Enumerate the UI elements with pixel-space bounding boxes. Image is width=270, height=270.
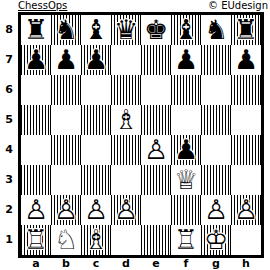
white-rook-piece: ♜♖ [21, 225, 51, 255]
square-g4 [201, 135, 231, 165]
file-label-c: c [81, 258, 111, 270]
square-a1: ♜♖ [21, 225, 51, 255]
square-e4: ♟♙ [141, 135, 171, 165]
square-c3 [81, 165, 111, 195]
square-b2: ♟♙ [51, 195, 81, 225]
rank-label-8: 8 [0, 15, 18, 45]
square-a8: ♜ [21, 15, 51, 45]
square-h3 [231, 165, 261, 195]
square-c1: ♝♗ [81, 225, 111, 255]
square-g8: ♞ [201, 15, 231, 45]
square-a2: ♟♙ [21, 195, 51, 225]
white-knight-piece: ♞♘ [51, 225, 81, 255]
file-label-d: d [111, 258, 141, 270]
square-g7 [201, 45, 231, 75]
black-pawn-piece: ♟ [231, 45, 261, 75]
chess-board: ♜♞♝♛♚♝♞♜♟♟♟♟♟♝♗♟♙♟♛♕♟♙♟♙♟♙♟♙♟♙♟♙♜♖♞♘♝♗♜♖… [18, 12, 264, 258]
square-h7: ♟ [231, 45, 261, 75]
square-b3 [51, 165, 81, 195]
square-e6 [141, 75, 171, 105]
square-a5 [21, 105, 51, 135]
square-a4 [21, 135, 51, 165]
square-c6 [81, 75, 111, 105]
square-f5 [171, 105, 201, 135]
file-label-f: f [171, 258, 201, 270]
chessops-diagram-page: ChessOps © EUdesign 87654321 ♜♞♝♛♚♝♞♜♟♟♟… [0, 0, 270, 270]
square-g5 [201, 105, 231, 135]
square-c5 [81, 105, 111, 135]
square-f7: ♟ [171, 45, 201, 75]
square-h8: ♜ [231, 15, 261, 45]
square-g2: ♟♙ [201, 195, 231, 225]
title-bar: ChessOps © EUdesign [0, 0, 270, 12]
square-d4 [111, 135, 141, 165]
square-g3 [201, 165, 231, 195]
white-pawn-piece: ♟♙ [111, 195, 141, 225]
square-b8: ♞ [51, 15, 81, 45]
white-pawn-piece: ♟♙ [201, 195, 231, 225]
rank-label-1: 1 [0, 225, 18, 255]
white-pawn-piece: ♟♙ [81, 195, 111, 225]
square-h4 [231, 135, 261, 165]
square-e5 [141, 105, 171, 135]
white-pawn-piece: ♟♙ [231, 195, 261, 225]
square-h5 [231, 105, 261, 135]
black-rook-piece: ♜ [21, 15, 51, 45]
file-label-h: h [231, 258, 261, 270]
square-h1 [231, 225, 261, 255]
square-h6 [231, 75, 261, 105]
square-b6 [51, 75, 81, 105]
black-bishop-piece: ♝ [81, 15, 111, 45]
white-bishop-piece: ♝♗ [81, 225, 111, 255]
square-c2: ♟♙ [81, 195, 111, 225]
file-label-e: e [141, 258, 171, 270]
file-label-a: a [21, 258, 51, 270]
file-label-g: g [201, 258, 231, 270]
square-b7: ♟ [51, 45, 81, 75]
file-label-b: b [51, 258, 81, 270]
white-pawn-piece: ♟♙ [141, 135, 171, 165]
rank-labels: 87654321 [0, 15, 18, 255]
white-pawn-piece: ♟♙ [51, 195, 81, 225]
white-bishop-piece: ♝♗ [111, 105, 141, 135]
square-e1 [141, 225, 171, 255]
white-pawn-piece: ♟♙ [21, 195, 51, 225]
black-rook-piece: ♜ [231, 15, 261, 45]
square-d5: ♝♗ [111, 105, 141, 135]
square-e3 [141, 165, 171, 195]
square-f1: ♜♖ [171, 225, 201, 255]
chessops-title-link[interactable]: ChessOps [18, 0, 67, 11]
black-queen-piece: ♛ [111, 15, 141, 45]
square-b5 [51, 105, 81, 135]
square-b4 [51, 135, 81, 165]
square-d2: ♟♙ [111, 195, 141, 225]
rank-label-2: 2 [0, 195, 18, 225]
square-c4 [81, 135, 111, 165]
black-king-piece: ♚ [141, 15, 171, 45]
black-pawn-piece: ♟ [21, 45, 51, 75]
square-d8: ♛ [111, 15, 141, 45]
square-f6 [171, 75, 201, 105]
square-g1: ♚♔ [201, 225, 231, 255]
square-g6 [201, 75, 231, 105]
file-labels: abcdefgh [21, 258, 261, 270]
square-c7: ♟ [81, 45, 111, 75]
square-b1: ♞♘ [51, 225, 81, 255]
rank-label-3: 3 [0, 165, 18, 195]
square-c8: ♝ [81, 15, 111, 45]
square-f4: ♟ [171, 135, 201, 165]
black-bishop-piece: ♝ [171, 15, 201, 45]
black-pawn-piece: ♟ [51, 45, 81, 75]
square-f8: ♝ [171, 15, 201, 45]
square-d3 [111, 165, 141, 195]
square-f2 [171, 195, 201, 225]
rank-label-7: 7 [0, 45, 18, 75]
black-pawn-piece: ♟ [171, 135, 201, 165]
rank-label-6: 6 [0, 75, 18, 105]
square-h2: ♟♙ [231, 195, 261, 225]
square-d6 [111, 75, 141, 105]
white-queen-piece: ♛♕ [171, 165, 201, 195]
rank-label-5: 5 [0, 105, 18, 135]
square-d7 [111, 45, 141, 75]
square-d1 [111, 225, 141, 255]
square-e8: ♚ [141, 15, 171, 45]
black-knight-piece: ♞ [51, 15, 81, 45]
black-pawn-piece: ♟ [171, 45, 201, 75]
square-f3: ♛♕ [171, 165, 201, 195]
white-king-piece: ♚♔ [201, 225, 231, 255]
square-e2 [141, 195, 171, 225]
black-knight-piece: ♞ [201, 15, 231, 45]
black-pawn-piece: ♟ [81, 45, 111, 75]
square-a7: ♟ [21, 45, 51, 75]
square-e7 [141, 45, 171, 75]
copyright-text: © EUdesign [208, 0, 268, 11]
rank-label-4: 4 [0, 135, 18, 165]
square-a3 [21, 165, 51, 195]
square-a6 [21, 75, 51, 105]
white-rook-piece: ♜♖ [171, 225, 201, 255]
